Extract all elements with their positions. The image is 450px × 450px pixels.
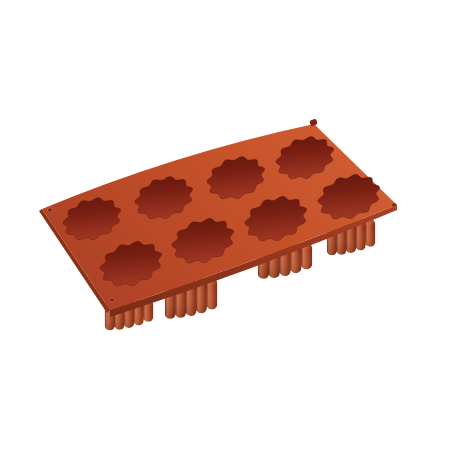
mold-render-area <box>0 0 450 450</box>
corner-hole <box>47 208 52 212</box>
corner-hole <box>109 298 114 302</box>
product-photo <box>0 0 450 450</box>
mold-svg <box>0 0 450 450</box>
corner-hole <box>391 203 396 207</box>
